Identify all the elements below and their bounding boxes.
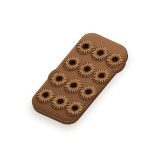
chocolate-mold-tray: [26, 30, 132, 125]
photo-canvas: [0, 0, 156, 164]
